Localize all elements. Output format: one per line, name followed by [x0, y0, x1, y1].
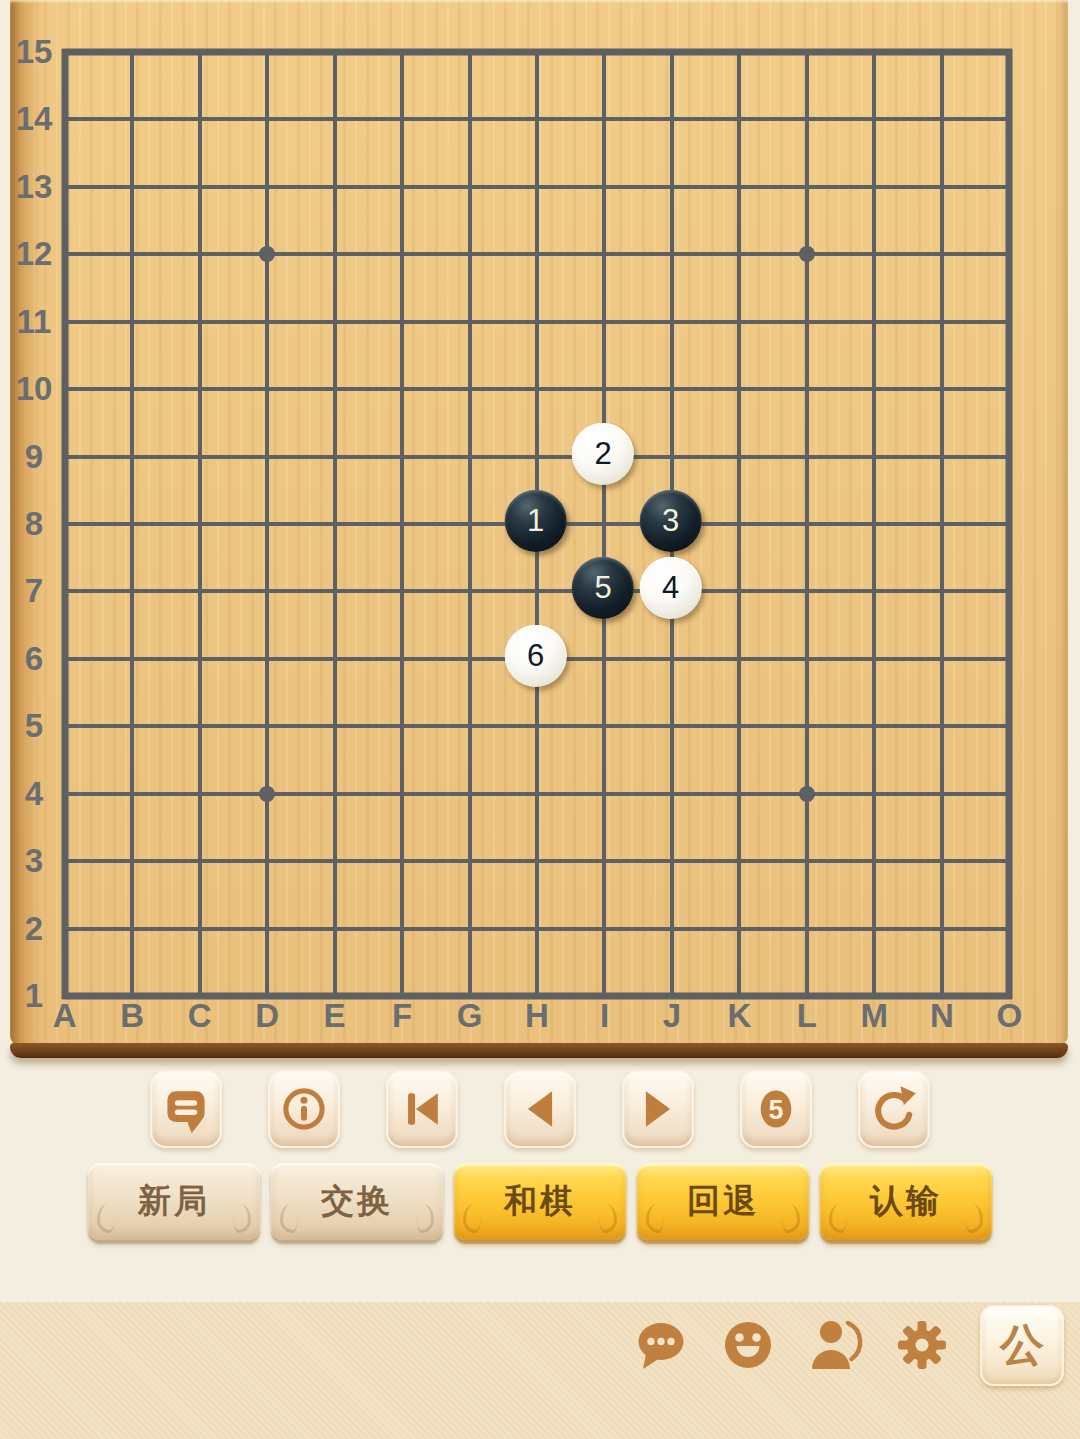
board-cell-M9[interactable] — [841, 423, 908, 490]
star-point-D12 — [259, 246, 275, 262]
board-cell-D5[interactable] — [233, 693, 300, 760]
board-cell-J4[interactable] — [638, 760, 705, 827]
action-buttons: 新局 交换 和棋 回退 认输 — [0, 1163, 1080, 1240]
board-cell-I3[interactable] — [571, 828, 638, 895]
board-cell-O5[interactable] — [976, 693, 1043, 760]
board-cell-O6[interactable] — [976, 625, 1043, 692]
refresh-button[interactable] — [858, 1070, 930, 1148]
board-cell-D15[interactable] — [233, 18, 300, 85]
board-cell-G5[interactable] — [436, 693, 503, 760]
board-cell-A5[interactable] — [31, 693, 98, 760]
board-cell-C5[interactable] — [166, 693, 233, 760]
board-cell-K3[interactable] — [706, 828, 773, 895]
board-cell-N14[interactable] — [908, 85, 975, 152]
board-cell-D9[interactable] — [233, 423, 300, 490]
board-cell-E13[interactable] — [301, 153, 368, 220]
board-cell-A10[interactable] — [31, 355, 98, 422]
board-cell-C13[interactable] — [166, 153, 233, 220]
board-cell-J5[interactable] — [638, 693, 705, 760]
board-cell-N6[interactable] — [908, 625, 975, 692]
board-cell-C6[interactable] — [166, 625, 233, 692]
board-cell-C2[interactable] — [166, 895, 233, 962]
stone-black-move-5: 5 — [572, 557, 634, 619]
board-cell-F8[interactable] — [368, 490, 435, 557]
board-cell-C15[interactable] — [166, 18, 233, 85]
board-cell-A7[interactable] — [31, 558, 98, 625]
board-cell-F13[interactable] — [368, 153, 435, 220]
skip-to-start-icon — [396, 1083, 448, 1135]
board-cell-E9[interactable] — [301, 423, 368, 490]
board-cell-J13[interactable] — [638, 153, 705, 220]
board-cell-C14[interactable] — [166, 85, 233, 152]
board-cell-L6[interactable] — [773, 625, 840, 692]
gomoku-app: 151413121110987654321 213546 ABCDEFGHIJK… — [0, 0, 1080, 1439]
board-cell-D6[interactable] — [233, 625, 300, 692]
board-cell-N8[interactable] — [908, 490, 975, 557]
board-cell-O10[interactable] — [976, 355, 1043, 422]
board-cell-A2[interactable] — [31, 895, 98, 962]
board-cell-B5[interactable] — [98, 693, 165, 760]
board-cell-G6[interactable] — [436, 625, 503, 692]
board-cell-C12[interactable] — [166, 220, 233, 287]
board-cell-L14[interactable] — [773, 85, 840, 152]
board-cell-L8[interactable] — [773, 490, 840, 557]
board-cell-O13[interactable] — [976, 153, 1043, 220]
board-cell-H5[interactable] — [503, 693, 570, 760]
board-cell-M5[interactable] — [841, 693, 908, 760]
board-cell-E12[interactable] — [301, 220, 368, 287]
board-cell-K13[interactable] — [706, 153, 773, 220]
col-label-O: O — [976, 994, 1043, 1038]
board-cell-H11[interactable] — [503, 288, 570, 355]
board-cell-L10[interactable] — [773, 355, 840, 422]
board-cell-H8[interactable]: 1 — [503, 490, 570, 557]
board-cell-K7[interactable] — [706, 558, 773, 625]
board-cell-E15[interactable] — [301, 18, 368, 85]
col-label-F: F — [368, 994, 435, 1038]
emoji-button[interactable] — [719, 1316, 777, 1374]
board-cell-A9[interactable] — [31, 423, 98, 490]
board-cell-N9[interactable] — [908, 423, 975, 490]
col-label-J: J — [638, 994, 705, 1038]
col-label-M: M — [841, 994, 908, 1038]
board-cell-L12[interactable] — [773, 220, 840, 287]
board-cell-L3[interactable] — [773, 828, 840, 895]
star-point-L12 — [799, 246, 815, 262]
board-cell-B13[interactable] — [98, 153, 165, 220]
board-cell-N13[interactable] — [908, 153, 975, 220]
board-cell-K4[interactable] — [706, 760, 773, 827]
board-cell-O3[interactable] — [976, 828, 1043, 895]
board-cell-N12[interactable] — [908, 220, 975, 287]
board-cell-F11[interactable] — [368, 288, 435, 355]
board-cell-I9[interactable]: 2 — [571, 423, 638, 490]
board-cell-M13[interactable] — [841, 153, 908, 220]
board-cell-C8[interactable] — [166, 490, 233, 557]
board-cell-G7[interactable] — [436, 558, 503, 625]
five-button[interactable]: 5 — [740, 1070, 812, 1148]
board-cell-E11[interactable] — [301, 288, 368, 355]
board-cell-O4[interactable] — [976, 760, 1043, 827]
board-cell-J11[interactable] — [638, 288, 705, 355]
board-cell-L2[interactable] — [773, 895, 840, 962]
stone-black-move-3: 3 — [640, 490, 702, 552]
chat-dots-icon — [633, 1317, 689, 1373]
toolbar: 5 — [0, 1070, 1080, 1148]
board-cell-E4[interactable] — [301, 760, 368, 827]
board-cell-I11[interactable] — [571, 288, 638, 355]
board-cell-L13[interactable] — [773, 153, 840, 220]
board-cell-F9[interactable] — [368, 423, 435, 490]
board-cell-D11[interactable] — [233, 288, 300, 355]
board-cell-K5[interactable] — [706, 693, 773, 760]
board-grid[interactable]: 213546 — [31, 18, 1043, 1030]
board-cell-D3[interactable] — [233, 828, 300, 895]
board-cell-A8[interactable] — [31, 490, 98, 557]
next-arrow-icon — [632, 1083, 684, 1135]
board-cell-M2[interactable] — [841, 895, 908, 962]
board-cell-N10[interactable] — [908, 355, 975, 422]
board-cell-M11[interactable] — [841, 288, 908, 355]
board-cell-F2[interactable] — [368, 895, 435, 962]
board-cell-J8[interactable]: 3 — [638, 490, 705, 557]
board-cell-H4[interactable] — [503, 760, 570, 827]
board-cell-H9[interactable] — [503, 423, 570, 490]
board-cell-E2[interactable] — [301, 895, 368, 962]
board-cell-B8[interactable] — [98, 490, 165, 557]
col-label-E: E — [301, 994, 368, 1038]
col-label-K: K — [706, 994, 773, 1038]
col-label-I: I — [571, 994, 638, 1038]
refresh-icon — [868, 1083, 920, 1135]
board-cell-H2[interactable] — [503, 895, 570, 962]
board-cell-B12[interactable] — [98, 220, 165, 287]
board-cell-L11[interactable] — [773, 288, 840, 355]
board-cell-G13[interactable] — [436, 153, 503, 220]
board-cell-G8[interactable] — [436, 490, 503, 557]
board-cell-C10[interactable] — [166, 355, 233, 422]
board-cell-A11[interactable] — [31, 288, 98, 355]
board-cell-L15[interactable] — [773, 18, 840, 85]
board-cell-N11[interactable] — [908, 288, 975, 355]
stone-white-move-6: 6 — [505, 625, 567, 687]
col-label-L: L — [773, 994, 840, 1038]
board-cell-N2[interactable] — [908, 895, 975, 962]
col-label-C: C — [166, 994, 233, 1038]
board-cell-G9[interactable] — [436, 423, 503, 490]
star-point-L4 — [799, 786, 815, 802]
friends-icon — [806, 1316, 864, 1374]
col-label-N: N — [908, 994, 975, 1038]
next-move-button[interactable] — [622, 1070, 694, 1148]
board-cell-M3[interactable] — [841, 828, 908, 895]
board-cell-O11[interactable] — [976, 288, 1043, 355]
board-cell-O8[interactable] — [976, 490, 1043, 557]
board-cell-F12[interactable] — [368, 220, 435, 287]
board-cell-H7[interactable] — [503, 558, 570, 625]
board-cell-E7[interactable] — [301, 558, 368, 625]
chat-messages-button[interactable] — [632, 1316, 690, 1374]
board-cell-H12[interactable] — [503, 220, 570, 287]
board-cell-J6[interactable] — [638, 625, 705, 692]
board-cell-L4[interactable] — [773, 760, 840, 827]
board-cell-B2[interactable] — [98, 895, 165, 962]
board-cell-F6[interactable] — [368, 625, 435, 692]
board-cell-E14[interactable] — [301, 85, 368, 152]
board-cell-H13[interactable] — [503, 153, 570, 220]
board-cell-K12[interactable] — [706, 220, 773, 287]
chat-button[interactable] — [150, 1070, 222, 1148]
board-cell-K11[interactable] — [706, 288, 773, 355]
board-cell-K8[interactable] — [706, 490, 773, 557]
col-label-G: G — [436, 994, 503, 1038]
info-icon — [278, 1083, 330, 1135]
board-cell-L7[interactable] — [773, 558, 840, 625]
board-cell-E6[interactable] — [301, 625, 368, 692]
board-cell-A15[interactable] — [31, 18, 98, 85]
board-cell-G15[interactable] — [436, 18, 503, 85]
board-cell-K6[interactable] — [706, 625, 773, 692]
board-cell-O9[interactable] — [976, 423, 1043, 490]
board-cell-O14[interactable] — [976, 85, 1043, 152]
chat-bubble-icon — [160, 1083, 212, 1135]
board-cell-B14[interactable] — [98, 85, 165, 152]
board-cell-O15[interactable] — [976, 18, 1043, 85]
board-cell-M6[interactable] — [841, 625, 908, 692]
board-cell-M7[interactable] — [841, 558, 908, 625]
board-cell-E5[interactable] — [301, 693, 368, 760]
swap-button[interactable]: 交换 — [271, 1163, 443, 1240]
board-cell-D7[interactable] — [233, 558, 300, 625]
board-cell-B11[interactable] — [98, 288, 165, 355]
resign-button[interactable]: 认输 — [820, 1163, 992, 1240]
col-label-H: H — [503, 994, 570, 1038]
board-cell-M14[interactable] — [841, 85, 908, 152]
board-cell-J14[interactable] — [638, 85, 705, 152]
board-cell-J15[interactable] — [638, 18, 705, 85]
board-cell-I12[interactable] — [571, 220, 638, 287]
col-label-A: A — [31, 994, 98, 1038]
stone-white-move-4: 4 — [640, 557, 702, 619]
board-cell-B3[interactable] — [98, 828, 165, 895]
board-cell-G12[interactable] — [436, 220, 503, 287]
previous-move-button[interactable] — [504, 1070, 576, 1148]
board-cell-F7[interactable] — [368, 558, 435, 625]
bottom-bar: 公 — [0, 1302, 1080, 1439]
board: 151413121110987654321 213546 ABCDEFGHIJK… — [10, 0, 1068, 1045]
board-cell-J7[interactable]: 4 — [638, 558, 705, 625]
board-cell-M10[interactable] — [841, 355, 908, 422]
board-cell-F4[interactable] — [368, 760, 435, 827]
board-cell-G2[interactable] — [436, 895, 503, 962]
board-cell-K10[interactable] — [706, 355, 773, 422]
board-cell-N4[interactable] — [908, 760, 975, 827]
board-cell-J2[interactable] — [638, 895, 705, 962]
board-cell-H10[interactable] — [503, 355, 570, 422]
board-cell-O12[interactable] — [976, 220, 1043, 287]
board-cell-J12[interactable] — [638, 220, 705, 287]
board-cell-I10[interactable] — [571, 355, 638, 422]
board-cell-H15[interactable] — [503, 18, 570, 85]
settings-button[interactable] — [893, 1316, 951, 1374]
board-cell-N7[interactable] — [908, 558, 975, 625]
board-cell-B7[interactable] — [98, 558, 165, 625]
board-cell-L9[interactable] — [773, 423, 840, 490]
board-cell-J10[interactable] — [638, 355, 705, 422]
board-cell-K2[interactable] — [706, 895, 773, 962]
board-cell-N5[interactable] — [908, 693, 975, 760]
board-cell-I2[interactable] — [571, 895, 638, 962]
board-cell-A13[interactable] — [31, 153, 98, 220]
new-game-button[interactable]: 新局 — [88, 1163, 260, 1240]
undo-button[interactable]: 回退 — [637, 1163, 809, 1240]
public-button[interactable]: 公 — [980, 1305, 1064, 1386]
board-cell-M12[interactable] — [841, 220, 908, 287]
board-cell-G11[interactable] — [436, 288, 503, 355]
board-cell-M4[interactable] — [841, 760, 908, 827]
board-cell-F10[interactable] — [368, 355, 435, 422]
smiley-icon — [720, 1317, 776, 1373]
board-cell-J3[interactable] — [638, 828, 705, 895]
board-cell-C11[interactable] — [166, 288, 233, 355]
draw-button[interactable]: 和棋 — [454, 1163, 626, 1240]
gear-icon — [894, 1317, 950, 1373]
board-cell-D14[interactable] — [233, 85, 300, 152]
stone-black-move-1: 1 — [505, 490, 567, 552]
board-cell-E10[interactable] — [301, 355, 368, 422]
board-cell-J9[interactable] — [638, 423, 705, 490]
col-label-D: D — [233, 994, 300, 1038]
board-cell-D10[interactable] — [233, 355, 300, 422]
board-cell-D2[interactable] — [233, 895, 300, 962]
board-cell-A3[interactable] — [31, 828, 98, 895]
board-cell-L5[interactable] — [773, 693, 840, 760]
board-cell-I13[interactable] — [571, 153, 638, 220]
board-cell-C7[interactable] — [166, 558, 233, 625]
info-button[interactable] — [268, 1070, 340, 1148]
board-cell-K9[interactable] — [706, 423, 773, 490]
board-cell-F15[interactable] — [368, 18, 435, 85]
board-cell-O2[interactable] — [976, 895, 1043, 962]
friends-button[interactable] — [806, 1316, 864, 1374]
board-cell-D12[interactable] — [233, 220, 300, 287]
board-cell-C4[interactable] — [166, 760, 233, 827]
board-cell-G14[interactable] — [436, 85, 503, 152]
board-cell-E8[interactable] — [301, 490, 368, 557]
board-cell-I7[interactable]: 5 — [571, 558, 638, 625]
five-in-circle-icon: 5 — [750, 1083, 802, 1135]
board-cell-I6[interactable] — [571, 625, 638, 692]
board-cell-F5[interactable] — [368, 693, 435, 760]
board-cell-A12[interactable] — [31, 220, 98, 287]
board-cell-N3[interactable] — [908, 828, 975, 895]
board-cell-A14[interactable] — [31, 85, 98, 152]
svg-text:5: 5 — [769, 1095, 784, 1125]
board-cell-G10[interactable] — [436, 355, 503, 422]
star-point-D4 — [259, 786, 275, 802]
board-cell-G4[interactable] — [436, 760, 503, 827]
board-cell-A6[interactable] — [31, 625, 98, 692]
board-cell-I4[interactable] — [571, 760, 638, 827]
board-cell-D4[interactable] — [233, 760, 300, 827]
col-labels: ABCDEFGHIJKLMNO — [31, 994, 1043, 1038]
board-cell-N15[interactable] — [908, 18, 975, 85]
skip-to-start-button[interactable] — [386, 1070, 458, 1148]
board-cell-B9[interactable] — [98, 423, 165, 490]
board-cell-B15[interactable] — [98, 18, 165, 85]
board-cell-G3[interactable] — [436, 828, 503, 895]
board-cell-O7[interactable] — [976, 558, 1043, 625]
board-cell-B6[interactable] — [98, 625, 165, 692]
board-cell-H6[interactable]: 6 — [503, 625, 570, 692]
board-cell-D13[interactable] — [233, 153, 300, 220]
board-cell-K15[interactable] — [706, 18, 773, 85]
board-cell-F3[interactable] — [368, 828, 435, 895]
bottom-bar-icons: 公 — [632, 1304, 1064, 1386]
board-cell-A4[interactable] — [31, 760, 98, 827]
board-cell-E3[interactable] — [301, 828, 368, 895]
board-cell-I5[interactable] — [571, 693, 638, 760]
board-cell-H3[interactable] — [503, 828, 570, 895]
stone-white-move-2: 2 — [572, 422, 634, 484]
col-label-B: B — [98, 994, 165, 1038]
board-cell-C3[interactable] — [166, 828, 233, 895]
board-cell-H14[interactable] — [503, 85, 570, 152]
board-cell-B4[interactable] — [98, 760, 165, 827]
board-cell-D8[interactable] — [233, 490, 300, 557]
board-cell-M15[interactable] — [841, 18, 908, 85]
board-cell-I8[interactable] — [571, 490, 638, 557]
board-cell-M8[interactable] — [841, 490, 908, 557]
board-cell-F14[interactable] — [368, 85, 435, 152]
board-cell-B10[interactable] — [98, 355, 165, 422]
board-cell-K14[interactable] — [706, 85, 773, 152]
previous-arrow-icon — [514, 1083, 566, 1135]
board-cell-C9[interactable] — [166, 423, 233, 490]
board-cell-I14[interactable] — [571, 85, 638, 152]
board-cell-I15[interactable] — [571, 18, 638, 85]
